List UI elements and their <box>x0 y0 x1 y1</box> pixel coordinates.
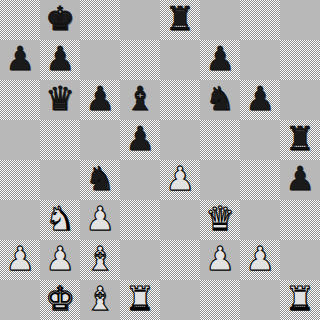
square-h6[interactable] <box>280 80 320 120</box>
square-a5[interactable] <box>0 120 40 160</box>
square-f3[interactable]: ♛ <box>200 200 240 240</box>
square-b7[interactable]: ♟ <box>40 40 80 80</box>
square-f6[interactable]: ♞ <box>200 80 240 120</box>
square-a1[interactable] <box>0 280 40 320</box>
square-b4[interactable] <box>40 160 80 200</box>
square-a7[interactable]: ♟ <box>0 40 40 80</box>
black-queen-icon: ♛ <box>45 79 75 119</box>
white-pawn-icon: ♟ <box>5 239 35 279</box>
square-d2[interactable] <box>120 240 160 280</box>
square-c4[interactable]: ♞ <box>80 160 120 200</box>
square-b6[interactable]: ♛ <box>40 80 80 120</box>
black-bishop-icon: ♝ <box>125 79 155 119</box>
black-rook-icon: ♜ <box>285 119 315 159</box>
square-h4[interactable]: ♟ <box>280 160 320 200</box>
square-e1[interactable] <box>160 280 200 320</box>
square-b8[interactable]: ♚ <box>40 0 80 40</box>
square-e8[interactable]: ♜ <box>160 0 200 40</box>
square-f8[interactable] <box>200 0 240 40</box>
black-pawn-icon: ♟ <box>205 39 235 79</box>
square-h2[interactable] <box>280 240 320 280</box>
square-h5[interactable]: ♜ <box>280 120 320 160</box>
square-a8[interactable] <box>0 0 40 40</box>
square-c7[interactable] <box>80 40 120 80</box>
white-rook-icon: ♜ <box>285 279 315 319</box>
square-b1[interactable]: ♚ <box>40 280 80 320</box>
black-pawn-icon: ♟ <box>45 39 75 79</box>
black-pawn-icon: ♟ <box>5 39 35 79</box>
square-d5[interactable]: ♟ <box>120 120 160 160</box>
square-b5[interactable] <box>40 120 80 160</box>
white-bishop-icon: ♝ <box>85 239 115 279</box>
square-e4[interactable]: ♟ <box>160 160 200 200</box>
square-c1[interactable]: ♝ <box>80 280 120 320</box>
square-g8[interactable] <box>240 0 280 40</box>
white-rook-icon: ♜ <box>125 279 155 319</box>
square-c8[interactable] <box>80 0 120 40</box>
square-h7[interactable] <box>280 40 320 80</box>
square-d4[interactable] <box>120 160 160 200</box>
square-a4[interactable] <box>0 160 40 200</box>
white-pawn-icon: ♟ <box>85 199 115 239</box>
white-pawn-icon: ♟ <box>245 239 275 279</box>
square-g3[interactable] <box>240 200 280 240</box>
square-a3[interactable] <box>0 200 40 240</box>
square-a2[interactable]: ♟ <box>0 240 40 280</box>
square-f2[interactable]: ♟ <box>200 240 240 280</box>
square-f1[interactable] <box>200 280 240 320</box>
white-queen-icon: ♛ <box>205 199 235 239</box>
square-e3[interactable] <box>160 200 200 240</box>
square-e5[interactable] <box>160 120 200 160</box>
square-g1[interactable] <box>240 280 280 320</box>
square-g6[interactable]: ♟ <box>240 80 280 120</box>
square-e6[interactable] <box>160 80 200 120</box>
white-pawn-icon: ♟ <box>165 159 195 199</box>
square-h1[interactable]: ♜ <box>280 280 320 320</box>
black-rook-icon: ♜ <box>165 0 195 39</box>
square-g4[interactable] <box>240 160 280 200</box>
black-pawn-icon: ♟ <box>85 79 115 119</box>
square-g5[interactable] <box>240 120 280 160</box>
square-g2[interactable]: ♟ <box>240 240 280 280</box>
black-pawn-icon: ♟ <box>285 159 315 199</box>
square-f7[interactable]: ♟ <box>200 40 240 80</box>
white-pawn-icon: ♟ <box>45 239 75 279</box>
white-king-icon: ♚ <box>45 279 75 319</box>
square-c5[interactable] <box>80 120 120 160</box>
square-d8[interactable] <box>120 0 160 40</box>
square-b3[interactable]: ♞ <box>40 200 80 240</box>
square-d7[interactable] <box>120 40 160 80</box>
square-e2[interactable] <box>160 240 200 280</box>
black-pawn-icon: ♟ <box>245 79 275 119</box>
square-e7[interactable] <box>160 40 200 80</box>
square-d6[interactable]: ♝ <box>120 80 160 120</box>
square-a6[interactable] <box>0 80 40 120</box>
black-knight-icon: ♞ <box>205 79 235 119</box>
square-c3[interactable]: ♟ <box>80 200 120 240</box>
square-b2[interactable]: ♟ <box>40 240 80 280</box>
white-pawn-icon: ♟ <box>205 239 235 279</box>
square-c6[interactable]: ♟ <box>80 80 120 120</box>
black-knight-icon: ♞ <box>85 159 115 199</box>
square-f5[interactable] <box>200 120 240 160</box>
square-c2[interactable]: ♝ <box>80 240 120 280</box>
black-king-icon: ♚ <box>45 0 75 39</box>
square-d3[interactable] <box>120 200 160 240</box>
chess-board: ♚♜♟♟♟♛♟♝♞♟♟♜♞♟♟♞♟♛♟♟♝♟♟♚♝♜♜ <box>0 0 320 320</box>
square-h3[interactable] <box>280 200 320 240</box>
white-bishop-icon: ♝ <box>85 279 115 319</box>
square-g7[interactable] <box>240 40 280 80</box>
white-knight-icon: ♞ <box>45 199 75 239</box>
square-h8[interactable] <box>280 0 320 40</box>
square-d1[interactable]: ♜ <box>120 280 160 320</box>
square-f4[interactable] <box>200 160 240 200</box>
black-pawn-icon: ♟ <box>125 119 155 159</box>
